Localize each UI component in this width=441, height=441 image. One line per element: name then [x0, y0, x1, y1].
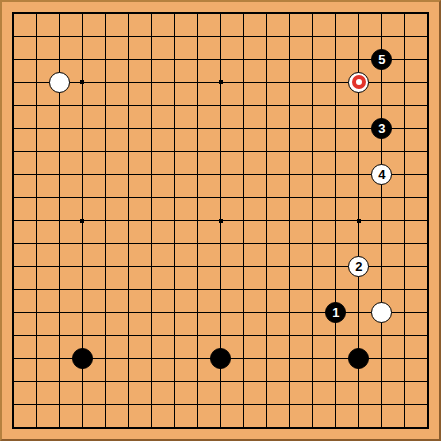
grid-line-vertical — [266, 12, 267, 429]
star-point — [80, 219, 84, 223]
stone-black-d4 — [72, 348, 93, 369]
stone-move-number: 1 — [332, 306, 339, 319]
stone-black-k4 — [210, 348, 231, 369]
board-grid: 53421 — [2, 2, 439, 439]
grid-line-horizontal — [12, 312, 429, 313]
grid-line-vertical — [381, 12, 382, 429]
stone-black-r17: 5 — [371, 49, 392, 70]
grid-line-horizontal — [12, 243, 429, 244]
star-point — [219, 219, 223, 223]
grid-line-vertical — [335, 12, 336, 429]
stone-black-r14: 3 — [371, 118, 392, 139]
grid-line-vertical — [312, 12, 313, 429]
grid-line-horizontal — [12, 335, 429, 336]
stone-black-q4 — [348, 348, 369, 369]
stone-white-q16 — [348, 72, 369, 93]
go-board: 53421 — [0, 0, 441, 441]
stone-white-q8: 2 — [348, 256, 369, 277]
grid-line-horizontal — [12, 404, 429, 405]
grid-line-vertical — [243, 12, 244, 429]
star-point — [80, 80, 84, 84]
stone-move-number: 2 — [355, 260, 362, 273]
stone-move-number: 3 — [378, 122, 385, 135]
star-point — [219, 80, 223, 84]
grid-line-vertical — [427, 12, 429, 429]
red-circle-marker — [352, 75, 366, 89]
grid-line-vertical — [404, 12, 405, 429]
star-point — [357, 219, 361, 223]
stone-white-r12: 4 — [371, 164, 392, 185]
stone-move-number: 4 — [378, 168, 385, 181]
stone-black-p6: 1 — [325, 302, 346, 323]
stone-white-r6 — [371, 302, 392, 323]
grid-line-vertical — [289, 12, 290, 429]
grid-line-horizontal — [12, 381, 429, 382]
grid-line-horizontal — [12, 427, 429, 429]
grid-line-horizontal — [12, 289, 429, 290]
stone-white-c16 — [49, 72, 70, 93]
stone-move-number: 5 — [378, 53, 385, 66]
